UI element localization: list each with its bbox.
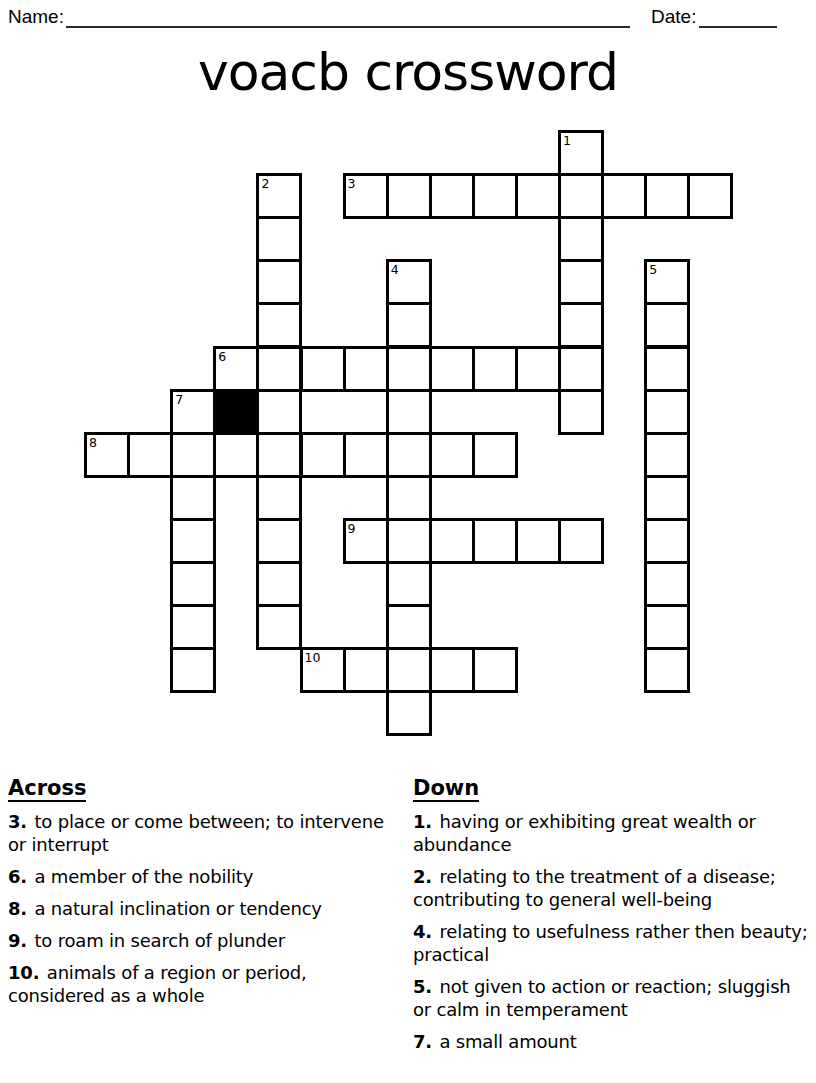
cell-r5c7[interactable] xyxy=(386,346,432,392)
black-cell xyxy=(213,389,259,435)
clue-number-label: 9. xyxy=(8,930,27,951)
cell-r5c10[interactable] xyxy=(515,346,561,392)
cell-r7c8[interactable] xyxy=(429,432,475,478)
cell-r5c11[interactable] xyxy=(558,346,604,392)
cell-r9c10[interactable] xyxy=(515,518,561,564)
cell-r12c6[interactable] xyxy=(343,647,389,693)
clue-number-label: 1. xyxy=(413,811,432,832)
cell-r9c4[interactable] xyxy=(256,518,302,564)
clue-number-4: 4 xyxy=(391,263,399,276)
cell-r6c11[interactable] xyxy=(558,389,604,435)
cell-r6c4[interactable] xyxy=(256,389,302,435)
cell-r1c12[interactable] xyxy=(601,173,647,219)
down-clue-2: 2. relating to the treatment of a diseas… xyxy=(413,865,810,911)
cell-r1c13[interactable] xyxy=(644,173,690,219)
cell-r10c2[interactable] xyxy=(170,561,216,607)
cell-r11c13[interactable] xyxy=(644,604,690,650)
cell-r9c13[interactable] xyxy=(644,518,690,564)
cell-r6c7[interactable] xyxy=(386,389,432,435)
cell-r9c9[interactable] xyxy=(472,518,518,564)
crossword-grid: 12345678910 xyxy=(84,130,735,737)
cell-r1c7[interactable] xyxy=(386,173,432,219)
cell-r7c5[interactable] xyxy=(300,432,346,478)
cell-r8c13[interactable] xyxy=(644,475,690,521)
clue-number-7: 7 xyxy=(175,393,183,406)
puzzle-title: voacb crossword xyxy=(0,42,816,102)
cell-r1c8[interactable] xyxy=(429,173,475,219)
cell-r8c7[interactable] xyxy=(386,475,432,521)
clue-number-label: 5. xyxy=(413,976,432,997)
cell-r1c14[interactable] xyxy=(687,173,733,219)
clue-number-6: 6 xyxy=(218,350,226,363)
cell-r8c4[interactable] xyxy=(256,475,302,521)
cell-r13c7[interactable] xyxy=(386,690,432,736)
cell-r1c11[interactable] xyxy=(558,173,604,219)
down-clue-1: 1. having or exhibiting great wealth or … xyxy=(413,810,810,856)
clue-number-label: 2. xyxy=(413,866,432,887)
cell-r5c8[interactable] xyxy=(429,346,475,392)
cell-r12c13[interactable] xyxy=(644,647,690,693)
cell-r10c7[interactable] xyxy=(386,561,432,607)
cell-r2c4[interactable] xyxy=(256,216,302,262)
date-fill-line[interactable] xyxy=(699,26,777,28)
clue-number-1: 1 xyxy=(563,134,571,147)
clue-number-3: 3 xyxy=(348,177,356,190)
across-clues-section: Across 3. to place or come between; to i… xyxy=(8,776,390,1016)
cell-r8c2[interactable] xyxy=(170,475,216,521)
clue-number-label: 7. xyxy=(413,1031,432,1052)
cell-r7c1[interactable] xyxy=(127,432,173,478)
cell-r7c9[interactable] xyxy=(472,432,518,478)
down-clues-section: Down 1. having or exhibiting great wealt… xyxy=(413,776,810,1062)
cell-r4c7[interactable] xyxy=(386,302,432,348)
clue-number-label: 10. xyxy=(8,962,39,983)
name-fill-line[interactable] xyxy=(66,26,630,28)
cell-r3c4[interactable] xyxy=(256,259,302,305)
across-clue-8: 8. a natural inclination or tendency xyxy=(8,897,390,920)
cell-r7c6[interactable] xyxy=(343,432,389,478)
cell-r6c13[interactable] xyxy=(644,389,690,435)
cell-r5c6[interactable] xyxy=(343,346,389,392)
down-clue-list: 1. having or exhibiting great wealth or … xyxy=(413,810,810,1053)
clue-number-label: 4. xyxy=(413,921,432,942)
clue-number-8: 8 xyxy=(89,436,97,449)
across-clue-list: 3. to place or come between; to interven… xyxy=(8,810,390,1007)
down-clue-7: 7. a small amount xyxy=(413,1030,810,1053)
cell-r10c13[interactable] xyxy=(644,561,690,607)
cell-r4c11[interactable] xyxy=(558,302,604,348)
date-label: Date: xyxy=(651,6,696,28)
across-clue-10: 10. animals of a region or period, consi… xyxy=(8,961,390,1007)
across-clue-9: 9. to roam in search of plunder xyxy=(8,929,390,952)
cell-r12c8[interactable] xyxy=(429,647,475,693)
clue-number-9: 9 xyxy=(348,522,356,535)
cell-r2c11[interactable] xyxy=(558,216,604,262)
cell-r1c9[interactable] xyxy=(472,173,518,219)
cell-r11c7[interactable] xyxy=(386,604,432,650)
clue-number-10: 10 xyxy=(305,651,321,664)
cell-r5c4[interactable] xyxy=(256,346,302,392)
clue-number-2: 2 xyxy=(261,177,269,190)
cell-r12c7[interactable] xyxy=(386,647,432,693)
down-clue-5: 5. not given to action or reaction; slug… xyxy=(413,975,810,1021)
cell-r7c13[interactable] xyxy=(644,432,690,478)
across-heading: Across xyxy=(8,776,86,802)
across-clue-6: 6. a member of the nobility xyxy=(8,865,390,888)
down-clue-4: 4. relating to usefulness rather then be… xyxy=(413,920,810,966)
cell-r1c10[interactable] xyxy=(515,173,561,219)
cell-r9c11[interactable] xyxy=(558,518,604,564)
cell-r5c5[interactable] xyxy=(300,346,346,392)
cell-r12c9[interactable] xyxy=(472,647,518,693)
clue-number-label: 6. xyxy=(8,866,27,887)
down-heading: Down xyxy=(413,776,479,802)
cell-r3c11[interactable] xyxy=(558,259,604,305)
cell-r9c2[interactable] xyxy=(170,518,216,564)
cell-r7c2[interactable] xyxy=(170,432,216,478)
cell-r5c9[interactable] xyxy=(472,346,518,392)
cell-r10c4[interactable] xyxy=(256,561,302,607)
clue-number-label: 3. xyxy=(8,811,27,832)
clue-number-5: 5 xyxy=(649,263,657,276)
cell-r11c4[interactable] xyxy=(256,604,302,650)
cell-r7c7[interactable] xyxy=(386,432,432,478)
cell-r4c13[interactable] xyxy=(644,302,690,348)
across-clue-3: 3. to place or come between; to interven… xyxy=(8,810,390,856)
cell-r7c3[interactable] xyxy=(213,432,259,478)
clue-number-label: 8. xyxy=(8,898,27,919)
cell-r9c7[interactable] xyxy=(386,518,432,564)
cell-r4c4[interactable] xyxy=(256,302,302,348)
cell-r9c8[interactable] xyxy=(429,518,475,564)
cell-r12c2[interactable] xyxy=(170,647,216,693)
name-label: Name: xyxy=(8,6,64,28)
cell-r11c2[interactable] xyxy=(170,604,216,650)
cell-r5c13[interactable] xyxy=(644,346,690,392)
cell-r7c4[interactable] xyxy=(256,432,302,478)
